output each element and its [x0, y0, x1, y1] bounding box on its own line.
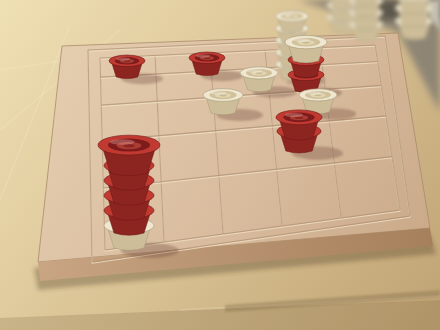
- cup-gloss: [211, 91, 227, 95]
- cell-r1c5[interactable]: [320, 45, 378, 65]
- stacking-game-board-photo: [0, 0, 440, 330]
- reserve-stack-366[interactable]: [349, 0, 383, 42]
- cell-r3c2[interactable]: [157, 97, 215, 135]
- cup-gloss: [285, 113, 303, 117]
- cell-r5c4[interactable]: [277, 163, 341, 226]
- cup-gloss: [196, 54, 210, 57]
- cup-gloss: [306, 91, 321, 94]
- cell-r3c1[interactable]: [101, 101, 159, 140]
- cell-r5c2[interactable]: [161, 175, 223, 242]
- cup-body: [397, 0, 430, 14]
- cell-r5c3[interactable]: [219, 169, 282, 234]
- cup-gloss: [247, 69, 262, 72]
- board-photo-scene: [0, 0, 440, 330]
- cup-gloss: [282, 13, 295, 16]
- cell-r2c5[interactable]: [322, 62, 381, 90]
- cup-gloss: [293, 38, 310, 42]
- cup-gloss: [110, 139, 135, 145]
- cell-r4c2[interactable]: [159, 131, 219, 182]
- cell-r5c5[interactable]: [334, 157, 400, 218]
- cup-gloss: [116, 57, 130, 60]
- cell-r4c3[interactable]: [216, 126, 277, 176]
